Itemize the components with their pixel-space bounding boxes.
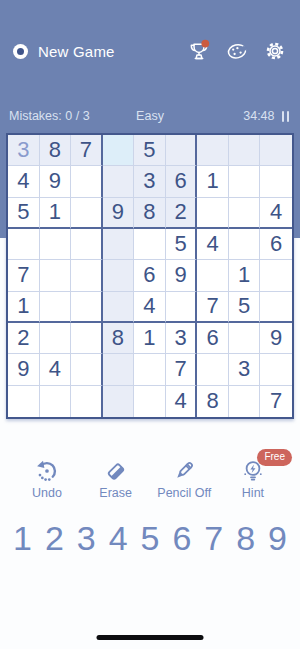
cell-r6c8[interactable]: 5: [229, 292, 261, 323]
cell-r1c3[interactable]: 7: [71, 135, 103, 166]
hint-button[interactable]: Free Hint: [222, 458, 284, 500]
cell-r4c1[interactable]: [8, 229, 40, 260]
cell-r5c1[interactable]: 7: [8, 260, 40, 291]
pause-button[interactable]: [280, 109, 292, 124]
cell-r5c2[interactable]: [40, 260, 72, 291]
cell-r7c5[interactable]: 1: [134, 323, 166, 354]
cell-r8c8[interactable]: 3: [229, 354, 261, 385]
timer: 34:48: [243, 109, 274, 123]
pencil-toggle-button[interactable]: Pencil Off: [153, 458, 215, 500]
cell-r1c8[interactable]: [229, 135, 261, 166]
cell-r9c1[interactable]: [8, 386, 40, 417]
numpad: 123456789: [0, 516, 300, 560]
numpad-digit-1[interactable]: 1: [13, 516, 32, 560]
cell-r3c1[interactable]: 5: [8, 198, 40, 229]
cell-r9c7[interactable]: 8: [197, 386, 229, 417]
numpad-digit-3[interactable]: 3: [77, 516, 96, 560]
erase-label: Erase: [99, 486, 132, 500]
cell-r8c6[interactable]: 7: [166, 354, 198, 385]
cell-r2c5[interactable]: 3: [134, 166, 166, 197]
cell-r2c2[interactable]: 9: [40, 166, 72, 197]
cell-r8c4[interactable]: [103, 354, 135, 385]
cell-r4c6[interactable]: 5: [166, 229, 198, 260]
cell-r7c1[interactable]: 2: [8, 323, 40, 354]
cell-r7c6[interactable]: 3: [166, 323, 198, 354]
numpad-digit-2[interactable]: 2: [45, 516, 64, 560]
difficulty-label: Easy: [136, 109, 164, 123]
cell-r5c4[interactable]: [103, 260, 135, 291]
status-bar: Mistakes: 0 / 3 Easy 34:48: [0, 104, 300, 128]
cell-r1c7[interactable]: [197, 135, 229, 166]
numpad-digit-4[interactable]: 4: [109, 516, 128, 560]
cell-r5c9[interactable]: [260, 260, 292, 291]
cell-r4c4[interactable]: [103, 229, 135, 260]
cell-r4c3[interactable]: [71, 229, 103, 260]
cell-r5c8[interactable]: 1: [229, 260, 261, 291]
cell-r6c1[interactable]: 1: [8, 292, 40, 323]
cell-r8c1[interactable]: 9: [8, 354, 40, 385]
cell-r4c8[interactable]: [229, 229, 261, 260]
sudoku-app-screen: New Game: [0, 0, 300, 649]
cell-r6c3[interactable]: [71, 292, 103, 323]
sudoku-board: 387549361519824546769114752813699473487: [6, 133, 294, 419]
cell-r6c4[interactable]: [103, 292, 135, 323]
cell-r2c3[interactable]: [71, 166, 103, 197]
trophy-icon[interactable]: [187, 39, 211, 63]
cell-r9c6[interactable]: 4: [166, 386, 198, 417]
cell-r5c7[interactable]: [197, 260, 229, 291]
cell-r1c1[interactable]: 3: [8, 135, 40, 166]
home-indicator[interactable]: [97, 635, 204, 640]
cell-r3c4[interactable]: 9: [103, 198, 135, 229]
cell-r8c2[interactable]: 4: [40, 354, 72, 385]
undo-icon: [34, 458, 60, 484]
header: New Game: [0, 37, 300, 65]
numpad-digit-8[interactable]: 8: [236, 516, 255, 560]
numpad-digit-5[interactable]: 5: [141, 516, 160, 560]
new-game-label: New Game: [38, 43, 115, 60]
cell-r3c2[interactable]: 1: [40, 198, 72, 229]
cell-r7c2[interactable]: [40, 323, 72, 354]
cell-r9c2[interactable]: [40, 386, 72, 417]
cell-r2c1[interactable]: 4: [8, 166, 40, 197]
cell-r1c5[interactable]: 5: [134, 135, 166, 166]
pencil-label: Pencil Off: [157, 486, 211, 500]
cell-r9c5[interactable]: [134, 386, 166, 417]
cell-r5c5[interactable]: 6: [134, 260, 166, 291]
cell-r7c9[interactable]: 9: [260, 323, 292, 354]
cell-r4c9[interactable]: 6: [260, 229, 292, 260]
cell-r6c9[interactable]: [260, 292, 292, 323]
cell-r9c3[interactable]: [71, 386, 103, 417]
cell-r1c4[interactable]: [103, 135, 135, 166]
cell-r3c8[interactable]: [229, 198, 261, 229]
cell-r9c4[interactable]: [103, 386, 135, 417]
cell-r2c9[interactable]: [260, 166, 292, 197]
cell-r6c6[interactable]: [166, 292, 198, 323]
cell-r6c5[interactable]: 4: [134, 292, 166, 323]
undo-button[interactable]: Undo: [16, 458, 78, 500]
cell-r1c2[interactable]: 8: [40, 135, 72, 166]
undo-label: Undo: [32, 486, 62, 500]
cell-r3c5[interactable]: 8: [134, 198, 166, 229]
cell-r6c2[interactable]: [40, 292, 72, 323]
cell-r2c4[interactable]: [103, 166, 135, 197]
cell-r5c3[interactable]: [71, 260, 103, 291]
palette-icon[interactable]: [225, 39, 249, 63]
cell-r4c7[interactable]: 4: [197, 229, 229, 260]
cell-r9c9[interactable]: 7: [260, 386, 292, 417]
cell-r8c9[interactable]: [260, 354, 292, 385]
cell-r4c5[interactable]: [134, 229, 166, 260]
cell-r4c2[interactable]: [40, 229, 72, 260]
numpad-digit-7[interactable]: 7: [204, 516, 223, 560]
erase-button[interactable]: Erase: [85, 458, 147, 500]
cell-r8c5[interactable]: [134, 354, 166, 385]
hint-label: Hint: [242, 486, 264, 500]
cell-r7c4[interactable]: 8: [103, 323, 135, 354]
cell-r1c6[interactable]: [166, 135, 198, 166]
mistakes-counter: Mistakes: 0 / 3: [9, 109, 136, 123]
cell-r1c9[interactable]: [260, 135, 292, 166]
cell-r8c3[interactable]: [71, 354, 103, 385]
cell-r7c3[interactable]: [71, 323, 103, 354]
toolbar: Undo Erase Pencil Off: [0, 458, 300, 500]
cell-r3c6[interactable]: 2: [166, 198, 198, 229]
cell-r7c8[interactable]: [229, 323, 261, 354]
cell-r7c7[interactable]: 6: [197, 323, 229, 354]
cell-r2c7[interactable]: 1: [197, 166, 229, 197]
trophy-notification-dot: [201, 40, 209, 48]
header-icons: [187, 39, 287, 63]
numpad-digit-9[interactable]: 9: [268, 516, 287, 560]
pencil-icon: [171, 458, 197, 484]
gear-icon[interactable]: [263, 39, 287, 63]
cell-r2c8[interactable]: [229, 166, 261, 197]
cell-r3c9[interactable]: 4: [260, 198, 292, 229]
numpad-digit-6[interactable]: 6: [172, 516, 191, 560]
cell-r3c3[interactable]: [71, 198, 103, 229]
cell-r3c7[interactable]: [197, 198, 229, 229]
hint-free-badge: Free: [257, 449, 292, 466]
cell-r9c8[interactable]: [229, 386, 261, 417]
cell-r6c7[interactable]: 7: [197, 292, 229, 323]
new-game-button[interactable]: New Game: [13, 43, 115, 60]
cell-r8c7[interactable]: [197, 354, 229, 385]
cell-r5c6[interactable]: 9: [166, 260, 198, 291]
cell-r2c6[interactable]: 6: [166, 166, 198, 197]
eraser-icon: [103, 458, 129, 484]
record-icon: [13, 44, 28, 59]
